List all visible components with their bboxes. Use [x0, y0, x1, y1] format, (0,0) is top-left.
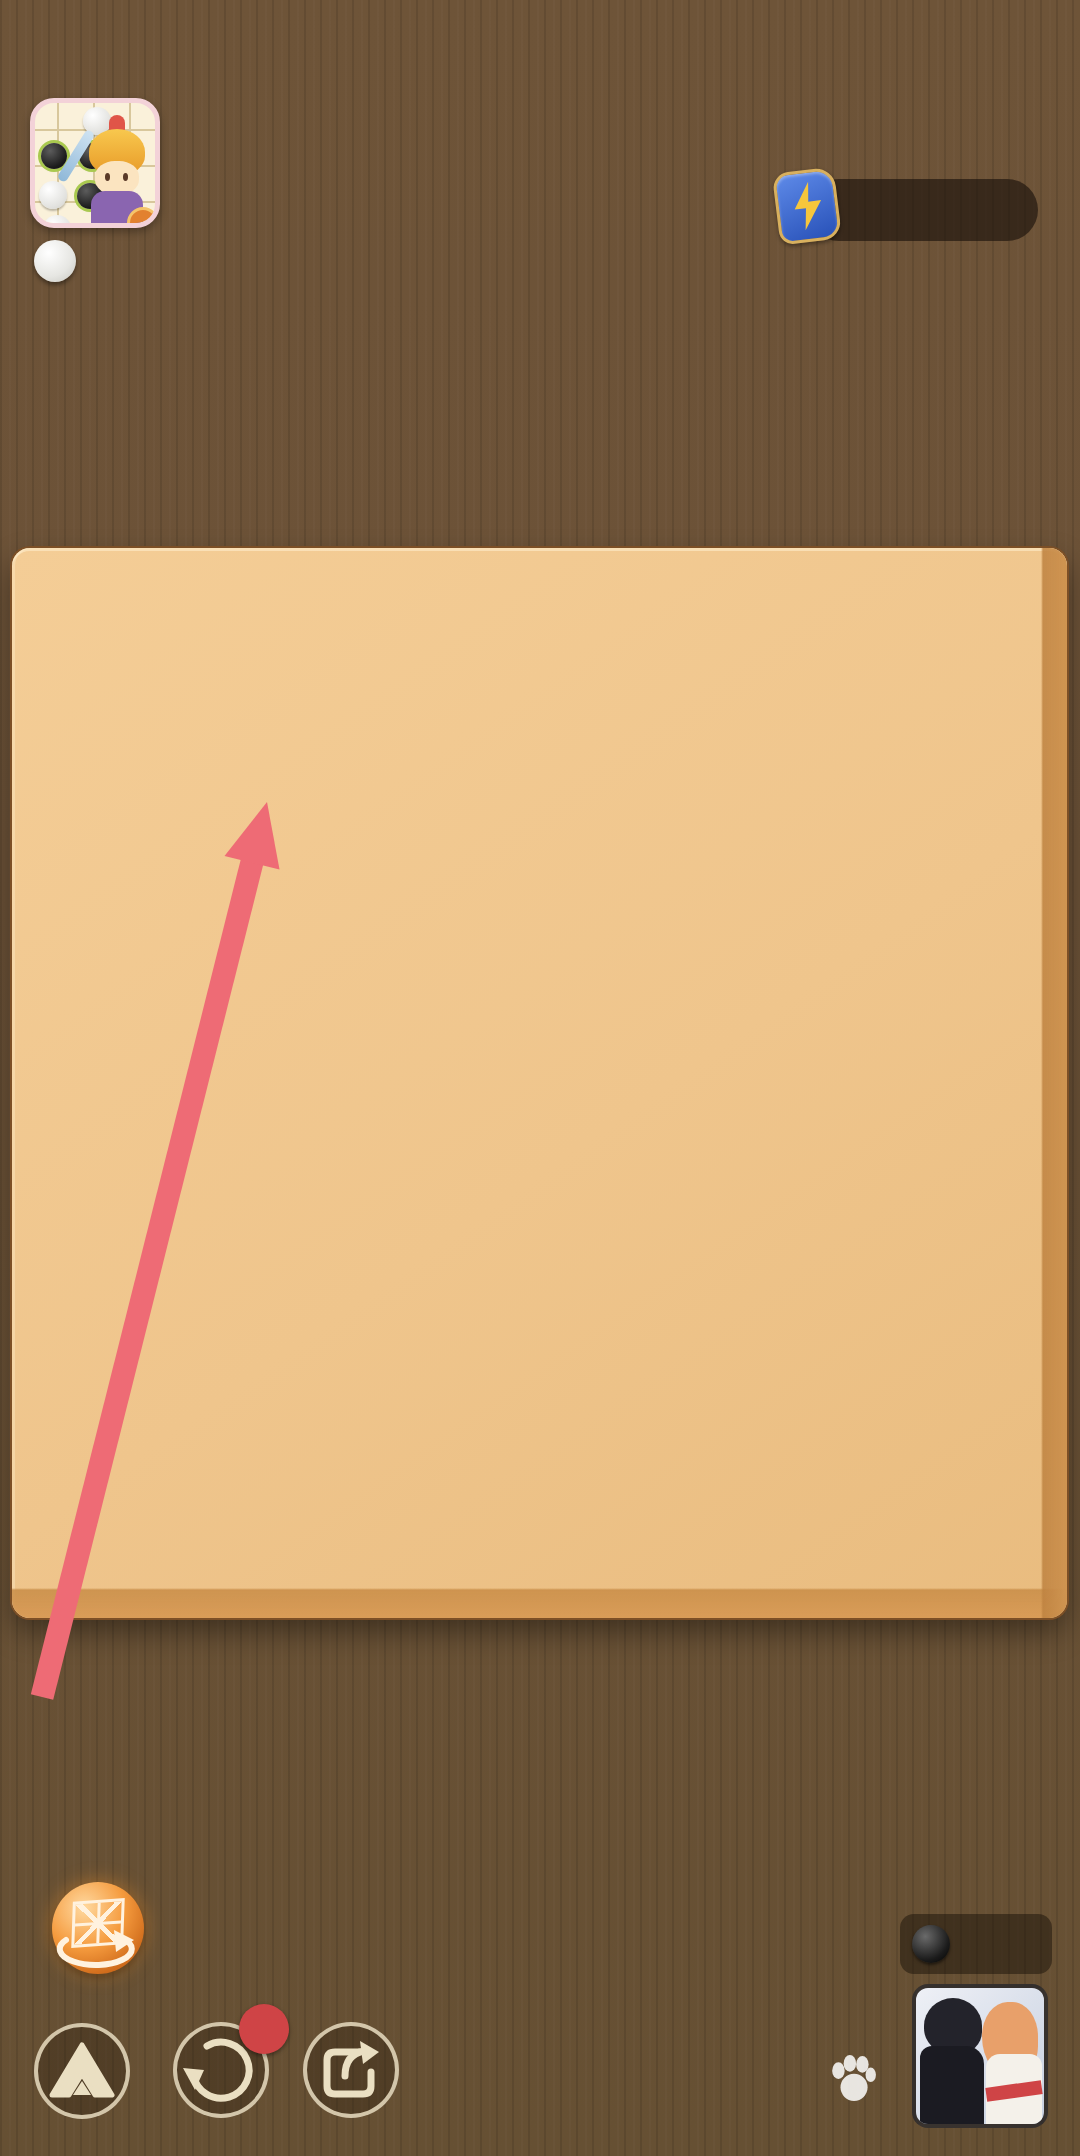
undo-button[interactable]	[173, 2022, 269, 2118]
black-stone-icon	[912, 1925, 950, 1963]
energy-count	[904, 179, 1038, 241]
opponent-side-indicator	[900, 1914, 1052, 1974]
mini-white-stone	[39, 181, 67, 209]
white-stone-icon	[34, 240, 76, 282]
rotate-arrow-icon	[56, 1930, 140, 1970]
energy-counter[interactable]	[808, 179, 1038, 241]
undo-count-badge	[239, 2004, 289, 2054]
board-grid	[12, 548, 1067, 1618]
level-thumbnail-icon	[30, 98, 160, 228]
eye	[123, 173, 128, 181]
eye	[105, 173, 110, 181]
knight-character-icon	[75, 121, 160, 228]
knight-face	[95, 161, 139, 195]
change-board-button[interactable]	[28, 1882, 168, 1978]
lightning-bolt-icon	[786, 178, 830, 234]
energy-lightning-icon	[772, 166, 842, 245]
player-side-indicator	[34, 240, 86, 282]
home-button[interactable]	[34, 2023, 130, 2119]
change-board-icon	[52, 1882, 144, 1974]
gomoku-board[interactable]	[12, 548, 1067, 1618]
baidu-paw-icon	[828, 2054, 878, 2104]
app-logo-icon	[48, 2041, 116, 2101]
share-icon	[318, 2037, 384, 2103]
share-button[interactable]	[303, 2022, 399, 2118]
baidu-watermark	[826, 2052, 1056, 2110]
